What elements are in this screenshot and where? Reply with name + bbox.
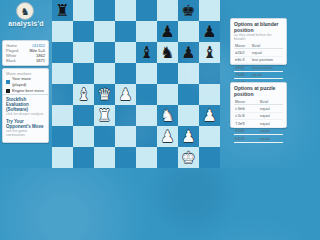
best-move-swatch	[6, 89, 10, 93]
puzzle-option-row: b4c5equal	[234, 135, 283, 143]
square-g1[interactable]: ♚	[178, 147, 199, 168]
square-h5[interactable]	[199, 63, 220, 84]
square-c2[interactable]	[94, 126, 115, 147]
panel-title: Options at blunder position	[234, 21, 283, 33]
white-rook[interactable]: ♜	[94, 105, 115, 126]
square-c8[interactable]	[94, 0, 115, 21]
game-info-row: Black 1871	[6, 58, 45, 63]
white-king[interactable]: ♚	[178, 147, 199, 168]
square-h3[interactable]: ♟	[199, 105, 220, 126]
square-a2[interactable]	[52, 126, 73, 147]
square-a5[interactable]	[52, 63, 73, 84]
square-h4[interactable]	[199, 84, 220, 105]
square-a6[interactable]	[52, 42, 73, 63]
square-f2[interactable]: ♟	[157, 126, 178, 147]
white-queen[interactable]: ♛	[94, 84, 115, 105]
sidebar-links-box: Stockfish Evaluation (Software) click fo…	[2, 94, 49, 143]
game-info-box: Game #41352 Played Blitz 5+0 White 1862 …	[2, 40, 49, 66]
link-title[interactable]: Try Your Opponent's Move	[6, 119, 45, 129]
option-move[interactable]: a8d8	[234, 64, 251, 72]
square-a4[interactable]	[52, 84, 73, 105]
square-g6[interactable]: ♟	[178, 42, 199, 63]
option-eval: equal	[259, 112, 283, 120]
info-label: Black	[6, 58, 16, 63]
square-d1[interactable]	[115, 147, 136, 168]
square-f1[interactable]	[157, 147, 178, 168]
app-logo: ♞	[16, 2, 34, 20]
square-e6[interactable]: ♝	[136, 42, 157, 63]
square-b7[interactable]	[73, 21, 94, 42]
legend-item: Your move (played)	[6, 76, 45, 88]
square-g4[interactable]	[178, 84, 199, 105]
option-move[interactable]: a2b2	[234, 49, 251, 57]
option-eval: equal	[251, 49, 283, 57]
white-knight[interactable]: ♞	[157, 105, 178, 126]
puzzle-option-row: c3c8equal	[234, 112, 283, 120]
square-c3[interactable]: ♜	[94, 105, 115, 126]
black-pawn[interactable]: ♟	[157, 21, 178, 42]
chess-board[interactable]: ♜♚♟♟♝♞♟♝♝♛♟♜♞♟♟♟♚	[52, 0, 220, 168]
panel-subtitle: as they stood before the blunder	[234, 33, 283, 41]
square-a3[interactable]	[52, 105, 73, 126]
white-bishop[interactable]: ♝	[73, 84, 94, 105]
app-title: analysis'd	[3, 20, 49, 27]
option-eval: lost position	[251, 64, 283, 72]
square-f5[interactable]	[157, 63, 178, 84]
square-f6[interactable]: ♞	[157, 42, 178, 63]
link-caption: click for deeper analysis	[6, 112, 45, 116]
square-d6[interactable]	[115, 42, 136, 63]
square-g7[interactable]	[178, 21, 199, 42]
square-d7[interactable]	[115, 21, 136, 42]
option-eval: equal	[259, 135, 283, 143]
square-g8[interactable]: ♚	[178, 0, 199, 21]
square-b8[interactable]	[73, 0, 94, 21]
blunder-option-row: f6d5equal	[234, 71, 283, 79]
square-d2[interactable]	[115, 126, 136, 147]
move-legend-box: Move markers Your move (played) Engine b…	[2, 68, 49, 97]
puzzle-option-row: c4e6equal	[234, 105, 283, 113]
black-rook[interactable]: ♜	[52, 0, 73, 21]
white-pawn[interactable]: ♟	[178, 126, 199, 147]
square-e5[interactable]	[136, 63, 157, 84]
square-g2[interactable]: ♟	[178, 126, 199, 147]
square-g3[interactable]	[178, 105, 199, 126]
puzzle-option-row: f3e5equal	[234, 120, 283, 128]
panel-title: Options at puzzle position	[234, 85, 283, 97]
option-move[interactable]: f6d5	[234, 71, 251, 79]
sidebar: ♞ analysis'd Game #41352 Played Blitz 5+…	[0, 0, 51, 168]
square-f7[interactable]: ♟	[157, 21, 178, 42]
black-pawn[interactable]: ♟	[199, 21, 220, 42]
legend-label: Your move (played)	[12, 76, 45, 88]
square-d3[interactable]	[115, 105, 136, 126]
white-pawn[interactable]: ♟	[199, 105, 220, 126]
square-d5[interactable]	[115, 63, 136, 84]
black-pawn[interactable]: ♟	[178, 42, 199, 63]
blunder-option-row: e6c4lost position	[234, 56, 283, 64]
black-bishop[interactable]: ♝	[199, 42, 220, 63]
blunder-move-table: Move Eval a2b2equale6c4lost positiona8d8…	[234, 42, 283, 87]
puzzle-options-panel: Options at puzzle position Move Eval c4e…	[230, 82, 287, 128]
square-e2[interactable]	[136, 126, 157, 147]
option-move[interactable]: c3c8	[234, 112, 259, 120]
white-pawn[interactable]: ♟	[157, 126, 178, 147]
square-a8[interactable]: ♜	[52, 0, 73, 21]
square-e4[interactable]	[136, 84, 157, 105]
link-caption: see the game continuation	[6, 129, 45, 137]
square-h2[interactable]	[199, 126, 220, 147]
square-f4[interactable]	[157, 84, 178, 105]
square-c6[interactable]	[94, 42, 115, 63]
square-c4[interactable]: ♛	[94, 84, 115, 105]
option-move[interactable]: c4e6	[234, 105, 259, 113]
square-b3[interactable]	[73, 105, 94, 126]
square-c1[interactable]	[94, 147, 115, 168]
square-h8[interactable]	[199, 0, 220, 21]
square-b5[interactable]	[73, 63, 94, 84]
square-b1[interactable]	[73, 147, 94, 168]
option-eval: equal	[259, 127, 283, 135]
puzzle-move-table: Move Eval c4e6equalc3c8equalf3e5equald4d…	[234, 98, 283, 143]
puzzle-option-row: d4d5equal	[234, 127, 283, 135]
square-a7[interactable]	[52, 21, 73, 42]
option-move[interactable]: e6c4	[234, 56, 251, 64]
square-f8[interactable]	[157, 0, 178, 21]
info-value: 1871	[36, 58, 45, 63]
blunder-option-row: a8d8lost position	[234, 64, 283, 72]
knight-crest-icon: ♞	[21, 6, 30, 17]
square-h6[interactable]: ♝	[199, 42, 220, 63]
square-c7[interactable]	[94, 21, 115, 42]
square-e3[interactable]	[136, 105, 157, 126]
square-d8[interactable]	[115, 0, 136, 21]
played-move-swatch	[6, 80, 10, 84]
option-eval: equal	[259, 105, 283, 113]
link-title[interactable]: Stockfish Evaluation (Software)	[6, 97, 45, 112]
option-eval: equal	[251, 71, 283, 79]
square-e8[interactable]	[136, 0, 157, 21]
option-move[interactable]: d4d5	[234, 127, 259, 135]
stockfish-link[interactable]: Stockfish Evaluation (Software) click fo…	[6, 97, 45, 116]
square-e7[interactable]	[136, 21, 157, 42]
square-e1[interactable]	[136, 147, 157, 168]
option-eval: equal	[259, 120, 283, 128]
square-c5[interactable]	[94, 63, 115, 84]
square-g5[interactable]	[178, 63, 199, 84]
square-b2[interactable]	[73, 126, 94, 147]
option-move[interactable]: b4c5	[234, 135, 259, 143]
blunder-option-row: a2b2equal	[234, 49, 283, 57]
square-b4[interactable]: ♝	[73, 84, 94, 105]
square-d4[interactable]: ♟	[115, 84, 136, 105]
square-h1[interactable]	[199, 147, 220, 168]
square-f3[interactable]: ♞	[157, 105, 178, 126]
square-a1[interactable]	[52, 147, 73, 168]
black-king[interactable]: ♚	[178, 0, 199, 21]
square-h7[interactable]: ♟	[199, 21, 220, 42]
white-pawn[interactable]: ♟	[115, 84, 136, 105]
black-bishop[interactable]: ♝	[136, 42, 157, 63]
square-b6[interactable]	[73, 42, 94, 63]
blunder-options-panel: Options at blunder position as they stoo…	[230, 18, 287, 65]
opponent-move-link[interactable]: Try Your Opponent's Move see the game co…	[6, 119, 45, 137]
black-knight[interactable]: ♞	[157, 42, 178, 63]
option-move[interactable]: f3e5	[234, 120, 259, 128]
option-eval: lost position	[251, 56, 283, 64]
